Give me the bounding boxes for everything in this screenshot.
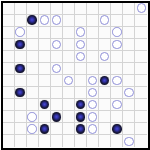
cell-1-10[interactable] [123,15,135,27]
white-pearl [52,15,62,25]
white-pearl [27,124,37,134]
cell-3-8[interactable] [99,39,111,51]
cell-5-4[interactable] [51,63,63,75]
cell-6-9[interactable] [111,75,123,87]
cell-2-10[interactable] [123,27,135,39]
white-pearl [124,137,134,147]
cell-5-8[interactable] [99,63,111,75]
cell-11-1[interactable] [15,135,27,147]
white-pearl [76,52,86,62]
black-pearl [76,100,86,110]
cell-10-4[interactable] [51,123,63,135]
cell-9-5[interactable] [63,111,75,123]
cell-7-4[interactable] [51,87,63,99]
black-pearl [52,112,62,122]
cell-11-4[interactable] [51,135,63,147]
cell-4-9[interactable] [111,51,123,63]
cell-11-6[interactable] [75,135,87,147]
cell-0-8[interactable] [99,3,111,15]
cell-5-0[interactable] [3,63,15,75]
cell-6-8[interactable] [99,75,111,87]
white-pearl [27,112,37,122]
cell-3-3[interactable] [39,39,51,51]
cell-5-3[interactable] [39,63,51,75]
cell-1-7[interactable] [87,15,99,27]
cell-5-2[interactable] [27,63,39,75]
cell-1-0[interactable] [3,15,15,27]
cell-9-4[interactable] [51,111,63,123]
cell-6-7[interactable] [87,75,99,87]
cell-3-10[interactable] [123,39,135,51]
cell-7-9[interactable] [111,87,123,99]
white-pearl [88,124,98,134]
cell-6-11[interactable] [135,75,147,87]
white-pearl [15,27,25,37]
cell-6-3[interactable] [39,75,51,87]
cell-9-0[interactable] [3,111,15,123]
cell-3-0[interactable] [3,39,15,51]
cell-1-6[interactable] [75,15,87,27]
white-pearl [76,40,86,50]
white-pearl [112,100,122,110]
cell-2-6[interactable] [75,27,87,39]
cell-1-4[interactable] [51,15,63,27]
cell-5-10[interactable] [123,63,135,75]
cell-5-9[interactable] [111,63,123,75]
cell-11-2[interactable] [27,135,39,147]
cell-11-5[interactable] [63,135,75,147]
cell-9-1[interactable] [15,111,27,123]
cell-10-0[interactable] [3,123,15,135]
cell-8-2[interactable] [27,99,39,111]
cell-9-10[interactable] [123,111,135,123]
cell-4-1[interactable] [15,51,27,63]
cell-6-5[interactable] [63,75,75,87]
cell-9-9[interactable] [111,111,123,123]
cell-3-7[interactable] [87,39,99,51]
white-pearl [88,112,98,122]
cell-3-4[interactable] [51,39,63,51]
cell-8-11[interactable] [135,99,147,111]
black-pearl [27,15,37,25]
cell-10-1[interactable] [15,123,27,135]
cell-10-2[interactable] [27,123,39,135]
white-pearl [137,3,147,13]
cell-8-9[interactable] [111,99,123,111]
cell-0-0[interactable] [3,3,15,15]
cell-7-8[interactable] [99,87,111,99]
cell-4-8[interactable] [99,51,111,63]
cell-2-5[interactable] [63,27,75,39]
cell-6-10[interactable] [123,75,135,87]
white-pearl [88,88,98,98]
cell-7-2[interactable] [27,87,39,99]
black-pearl [76,112,86,122]
cell-10-11[interactable] [135,123,147,135]
white-pearl [112,76,122,86]
white-pearl [88,76,98,86]
masyu-board [1,1,150,150]
cell-3-1[interactable] [15,39,27,51]
cell-8-7[interactable] [87,99,99,111]
black-pearl [76,124,86,134]
black-pearl [15,88,25,98]
white-pearl [40,15,50,25]
cell-0-7[interactable] [87,3,99,15]
cell-7-5[interactable] [63,87,75,99]
cell-9-2[interactable] [27,111,39,123]
cell-2-7[interactable] [87,27,99,39]
cell-0-1[interactable] [15,3,27,15]
cell-6-4[interactable] [51,75,63,87]
cell-3-5[interactable] [63,39,75,51]
cell-4-3[interactable] [39,51,51,63]
cell-1-5[interactable] [63,15,75,27]
white-pearl [88,100,98,110]
cell-1-8[interactable] [99,15,111,27]
cell-2-3[interactable] [39,27,51,39]
cell-8-6[interactable] [75,99,87,111]
cell-8-0[interactable] [3,99,15,111]
cell-8-3[interactable] [39,99,51,111]
cell-7-1[interactable] [15,87,27,99]
cell-11-7[interactable] [87,135,99,147]
cell-5-5[interactable] [63,63,75,75]
black-pearl [112,124,122,134]
cell-3-2[interactable] [27,39,39,51]
white-pearl [64,76,74,86]
cell-11-3[interactable] [39,135,51,147]
cell-2-1[interactable] [15,27,27,39]
white-pearl [52,64,62,74]
black-pearl [15,64,25,74]
cell-6-2[interactable] [27,75,39,87]
cell-11-0[interactable] [3,135,15,147]
cell-11-11[interactable] [135,135,147,147]
cell-2-4[interactable] [51,27,63,39]
cell-10-9[interactable] [111,123,123,135]
cell-0-3[interactable] [39,3,51,15]
cell-8-10[interactable] [123,99,135,111]
cell-0-9[interactable] [111,3,123,15]
cell-2-11[interactable] [135,27,147,39]
cell-7-3[interactable] [39,87,51,99]
cell-5-7[interactable] [87,63,99,75]
cell-2-0[interactable] [3,27,15,39]
cell-7-7[interactable] [87,87,99,99]
cell-2-8[interactable] [99,27,111,39]
cell-1-11[interactable] [135,15,147,27]
cell-1-3[interactable] [39,15,51,27]
black-pearl [40,124,50,134]
cell-4-0[interactable] [3,51,15,63]
cell-10-6[interactable] [75,123,87,135]
cell-10-5[interactable] [63,123,75,135]
cell-10-8[interactable] [99,123,111,135]
cell-6-1[interactable] [15,75,27,87]
puzzle-area [0,0,150,150]
white-pearl [76,27,86,37]
cell-4-7[interactable] [87,51,99,63]
cell-6-6[interactable] [75,75,87,87]
cell-4-6[interactable] [75,51,87,63]
cell-2-9[interactable] [111,27,123,39]
cell-0-6[interactable] [75,3,87,15]
cell-11-8[interactable] [99,135,111,147]
cell-5-11[interactable] [135,63,147,75]
cell-9-7[interactable] [87,111,99,123]
cell-8-1[interactable] [15,99,27,111]
cell-2-2[interactable] [27,27,39,39]
cell-3-6[interactable] [75,39,87,51]
white-pearl [112,27,122,37]
cell-8-4[interactable] [51,99,63,111]
cell-5-6[interactable] [75,63,87,75]
white-pearl [124,88,134,98]
cell-8-8[interactable] [99,99,111,111]
cell-4-11[interactable] [135,51,147,63]
cell-9-11[interactable] [135,111,147,123]
cell-10-7[interactable] [87,123,99,135]
cell-1-9[interactable] [111,15,123,27]
white-pearl [52,40,62,50]
cell-7-11[interactable] [135,87,147,99]
cell-7-10[interactable] [123,87,135,99]
cell-9-8[interactable] [99,111,111,123]
cell-10-10[interactable] [123,123,135,135]
black-pearl [15,40,25,50]
cell-4-2[interactable] [27,51,39,63]
black-pearl [40,100,50,110]
cell-4-10[interactable] [123,51,135,63]
cell-6-0[interactable] [3,75,15,87]
cell-11-9[interactable] [111,135,123,147]
cell-3-9[interactable] [111,39,123,51]
cell-1-1[interactable] [15,15,27,27]
white-pearl [100,15,110,25]
cell-0-11[interactable] [135,3,147,15]
white-pearl [112,40,122,50]
cell-11-10[interactable] [123,135,135,147]
cell-5-1[interactable] [15,63,27,75]
cell-9-3[interactable] [39,111,51,123]
cell-4-5[interactable] [63,51,75,63]
black-pearl [100,76,110,86]
cell-8-5[interactable] [63,99,75,111]
cell-10-3[interactable] [39,123,51,135]
cell-4-4[interactable] [51,51,63,63]
cell-7-0[interactable] [3,87,15,99]
cell-0-2[interactable] [27,3,39,15]
cell-3-11[interactable] [135,39,147,51]
white-pearl [100,52,110,62]
cell-9-6[interactable] [75,111,87,123]
cell-0-10[interactable] [123,3,135,15]
cell-0-4[interactable] [51,3,63,15]
cell-0-5[interactable] [63,3,75,15]
cell-7-6[interactable] [75,87,87,99]
cell-1-2[interactable] [27,15,39,27]
